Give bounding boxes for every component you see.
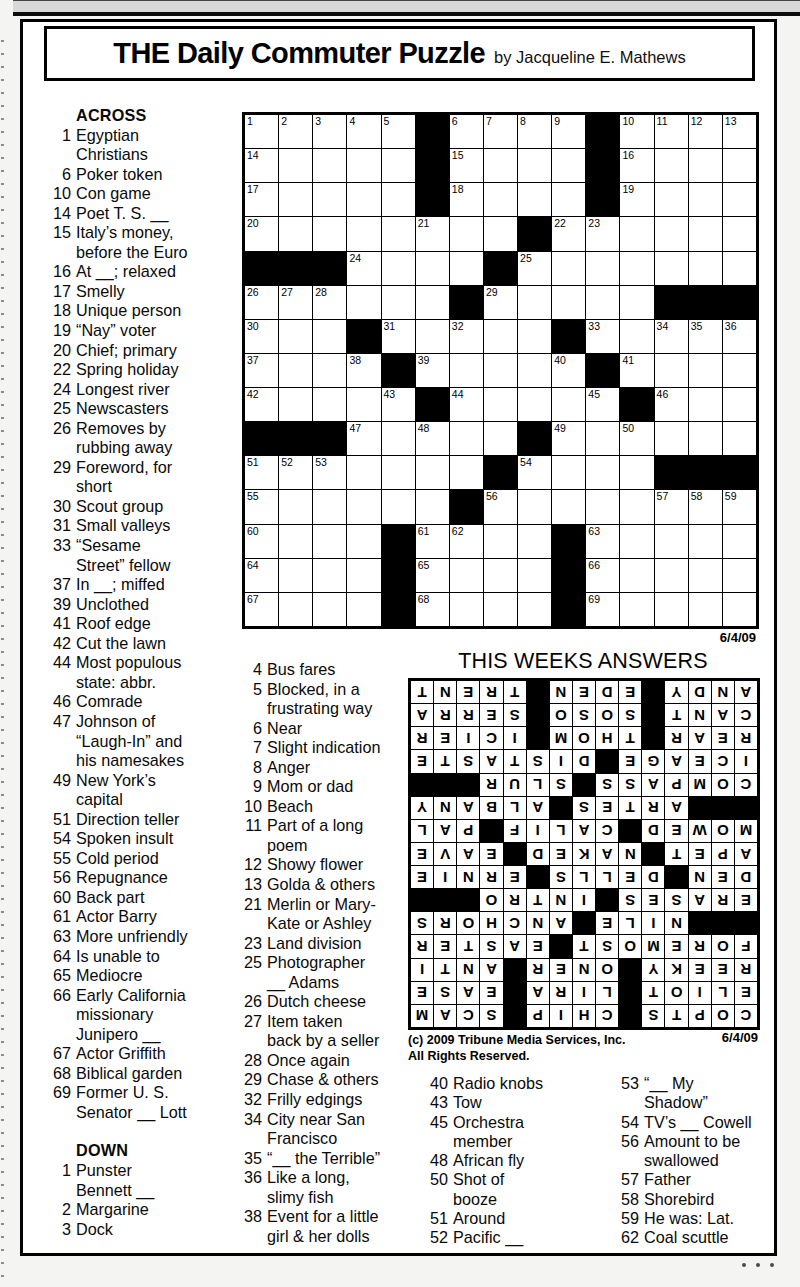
cell-14-4[interactable] (347, 559, 380, 592)
answer-letter: A (741, 684, 752, 701)
cell-15-8[interactable] (484, 593, 517, 626)
cell-13-9[interactable] (518, 525, 551, 558)
cell-11-10[interactable] (552, 456, 585, 489)
cell-6-5[interactable] (382, 286, 415, 319)
cell-2-14[interactable] (689, 149, 722, 182)
cell-5-15[interactable] (723, 252, 756, 285)
cell-8-9[interactable] (518, 354, 551, 387)
cell-5-9[interactable]: 25 (518, 252, 551, 285)
cell-13-2[interactable] (279, 525, 312, 558)
answer-letter: T (464, 938, 473, 955)
cell-10-8[interactable] (484, 422, 517, 455)
answer-letter: S (463, 753, 473, 770)
clue-number: 55 (49, 849, 71, 869)
cell-13-3[interactable] (313, 525, 346, 558)
clue-number: 9 (240, 777, 262, 797)
cell-7-13[interactable]: 34 (655, 320, 688, 353)
cell-9-4[interactable] (347, 388, 380, 421)
answer-letter: P (463, 822, 473, 839)
clue-11-down: 11Part of a longpoem (240, 816, 412, 855)
cell-6-6[interactable] (416, 286, 449, 319)
cell-14-9[interactable] (518, 559, 551, 592)
cell-15-6[interactable]: 68 (416, 593, 449, 626)
clue-number: 49 (49, 771, 71, 810)
answer-letter: S (417, 915, 427, 932)
clue-number: 7 (240, 738, 262, 758)
cell-14-1[interactable]: 64 (245, 559, 278, 592)
cell-11-2[interactable]: 52 (279, 456, 312, 489)
cell-14-15[interactable] (723, 559, 756, 592)
cell-15-11[interactable]: 69 (586, 593, 619, 626)
cell-14-2[interactable] (279, 559, 312, 592)
cell-11-12[interactable] (620, 456, 653, 489)
cell-4-3[interactable] (313, 217, 346, 250)
cell-8-2[interactable] (279, 354, 312, 387)
cell-3-8[interactable] (484, 183, 517, 216)
cell-12-14[interactable]: 58 (689, 490, 722, 523)
cell-3-13[interactable] (655, 183, 688, 216)
clue-text: Actor Barry (76, 907, 157, 927)
answer-letter: R (417, 730, 428, 747)
cell-1-15[interactable]: 13 (723, 115, 756, 148)
answer-cell-10-13: A (457, 797, 479, 819)
cell-7-2[interactable] (279, 320, 312, 353)
cell-11-11[interactable] (586, 456, 619, 489)
cell-9-5[interactable]: 43 (382, 388, 415, 421)
answer-letter: N (579, 961, 590, 978)
cell-8-1[interactable]: 37 (245, 354, 278, 387)
answer-cell-8-12: E (480, 843, 502, 865)
cell-13-7[interactable]: 62 (450, 525, 483, 558)
cell-9-14[interactable] (689, 388, 722, 421)
cell-number-28: 28 (315, 286, 327, 298)
clue-number: 16 (49, 262, 71, 282)
cell-10-15[interactable] (723, 422, 756, 455)
answer-block-13-5 (642, 727, 664, 749)
cell-15-14[interactable] (689, 593, 722, 626)
cell-15-12[interactable] (620, 593, 653, 626)
cell-2-4[interactable] (347, 149, 380, 182)
cell-8-13[interactable] (655, 354, 688, 387)
cell-8-10[interactable]: 40 (552, 354, 585, 387)
cell-7-11[interactable]: 33 (586, 320, 619, 353)
cell-13-1[interactable]: 60 (245, 525, 278, 558)
cell-15-1[interactable]: 67 (245, 593, 278, 626)
cell-9-8[interactable] (484, 388, 517, 421)
cell-6-10[interactable] (552, 286, 585, 319)
answer-cell-11-10: L (527, 774, 549, 796)
clue-text: Golda & others (267, 875, 375, 895)
cell-5-10[interactable] (552, 252, 585, 285)
clue-text: Con game (76, 184, 151, 204)
clue-number: 29 (49, 458, 71, 497)
block-6-13 (655, 286, 688, 319)
answer-cell-14-14: R (434, 704, 456, 726)
answer-letter: H (579, 1007, 590, 1024)
cell-12-15[interactable]: 59 (723, 490, 756, 523)
cell-12-2[interactable] (279, 490, 312, 523)
cell-12-4[interactable] (347, 490, 380, 523)
cell-1-4[interactable]: 4 (347, 115, 380, 148)
clue-number: 29 (240, 1070, 262, 1090)
answer-block-5-1 (735, 912, 757, 934)
cell-11-9[interactable]: 54 (518, 456, 551, 489)
answer-cell-4-11: A (504, 935, 526, 957)
cell-6-3[interactable]: 28 (313, 286, 346, 319)
answer-cell-2-1: E (735, 982, 757, 1004)
cell-13-8[interactable] (484, 525, 517, 558)
cell-5-13[interactable] (655, 252, 688, 285)
cell-6-2[interactable]: 27 (279, 286, 312, 319)
answer-cell-13-11: I (504, 727, 526, 749)
cell-3-4[interactable] (347, 183, 380, 216)
cell-9-2[interactable] (279, 388, 312, 421)
cell-7-7[interactable]: 32 (450, 320, 483, 353)
cell-13-4[interactable] (347, 525, 380, 558)
answer-cell-6-1: E (735, 889, 757, 911)
cell-1-12[interactable]: 10 (620, 115, 653, 148)
answer-letter: O (463, 915, 475, 932)
cell-number-48: 48 (418, 422, 430, 434)
cell-1-8[interactable]: 7 (484, 115, 517, 148)
cell-12-6[interactable] (416, 490, 449, 523)
cell-14-13[interactable] (655, 559, 688, 592)
cell-8-8[interactable] (484, 354, 517, 387)
cell-6-12[interactable] (620, 286, 653, 319)
cell-number-66: 66 (588, 559, 600, 571)
cell-3-5[interactable] (382, 183, 415, 216)
cell-8-14[interactable] (689, 354, 722, 387)
clue-text: Johnson of“Laugh-In” andhis namesakes (76, 712, 184, 771)
answer-cell-13-8: O (573, 727, 595, 749)
cell-11-5[interactable] (382, 456, 415, 489)
cell-10-14[interactable] (689, 422, 722, 455)
cell-10-13[interactable] (655, 422, 688, 455)
cell-1-9[interactable]: 8 (518, 115, 551, 148)
cell-7-9[interactable] (518, 320, 551, 353)
cell-7-5[interactable]: 31 (382, 320, 415, 353)
cell-4-11[interactable]: 23 (586, 217, 619, 250)
cell-8-3[interactable] (313, 354, 346, 387)
cell-15-15[interactable] (723, 593, 756, 626)
cell-1-10[interactable]: 9 (552, 115, 585, 148)
clue-number: 51 (426, 1209, 448, 1228)
cell-7-1[interactable]: 30 (245, 320, 278, 353)
clue-67-across: 67Actor Griffith (49, 1044, 241, 1064)
cell-8-12[interactable]: 41 (620, 354, 653, 387)
answer-letter: E (486, 707, 496, 724)
clue-text: Tow (453, 1093, 482, 1112)
answer-letter: O (555, 707, 567, 724)
answer-cell-2-10: A (527, 982, 549, 1004)
cell-4-6[interactable]: 21 (416, 217, 449, 250)
answer-letter: S (648, 1007, 658, 1024)
cell-6-1[interactable]: 26 (245, 286, 278, 319)
answer-block-2-11 (504, 982, 526, 1004)
answer-cell-3-3: E (689, 959, 711, 981)
answer-cell-4-10: E (527, 935, 549, 957)
answer-letter: R (532, 961, 543, 978)
cell-5-4[interactable]: 24 (347, 252, 380, 285)
answer-letter: E (718, 961, 728, 978)
answer-letter: D (648, 822, 659, 839)
cell-1-7[interactable]: 6 (450, 115, 483, 148)
cell-7-12[interactable] (620, 320, 653, 353)
cell-2-1[interactable]: 14 (245, 149, 278, 182)
cell-12-13[interactable]: 57 (655, 490, 688, 523)
cell-4-12[interactable] (620, 217, 653, 250)
answer-cell-11-12: R (480, 774, 502, 796)
answer-cell-11-7: S (596, 774, 618, 796)
cell-1-2[interactable]: 2 (279, 115, 312, 148)
clue-50-down: 50Shot ofbooze (426, 1170, 598, 1209)
cell-number-53: 53 (315, 456, 327, 468)
clue-number: 27 (240, 1012, 262, 1051)
cell-7-14[interactable]: 35 (689, 320, 722, 353)
cell-number-60: 60 (247, 525, 259, 537)
clue-number: 59 (617, 1209, 639, 1228)
cell-4-5[interactable] (382, 217, 415, 250)
answer-letter: L (510, 799, 519, 816)
cell-1-3[interactable]: 3 (313, 115, 346, 148)
clue-48-down: 48African fly (426, 1151, 598, 1170)
answer-letter: Y (672, 684, 682, 701)
cell-2-7[interactable]: 15 (450, 149, 483, 182)
cell-5-6[interactable] (416, 252, 449, 285)
cell-8-15[interactable] (723, 354, 756, 387)
answer-cell-13-1: R (735, 727, 757, 749)
clue-text: PunsterBennett __ (76, 1161, 154, 1200)
cell-4-8[interactable] (484, 217, 517, 250)
cell-9-9[interactable] (518, 388, 551, 421)
cell-15-3[interactable] (313, 593, 346, 626)
cell-4-15[interactable] (723, 217, 756, 250)
answer-cell-15-15: T (411, 681, 433, 703)
clue-46-across: 46Comrade (49, 692, 241, 712)
cell-4-4[interactable] (347, 217, 380, 250)
answer-letter: M (693, 776, 706, 793)
cell-5-12[interactable] (620, 252, 653, 285)
cell-15-2[interactable] (279, 593, 312, 626)
cell-4-7[interactable] (450, 217, 483, 250)
cell-11-6[interactable] (416, 456, 449, 489)
cell-5-5[interactable] (382, 252, 415, 285)
cell-1-1[interactable]: 1 (245, 115, 278, 148)
cell-9-3[interactable] (313, 388, 346, 421)
cell-2-10[interactable] (552, 149, 585, 182)
clue-number: 64 (49, 947, 71, 967)
cell-2-15[interactable] (723, 149, 756, 182)
cell-12-3[interactable] (313, 490, 346, 523)
clue-text: Spring holiday (76, 360, 179, 380)
cell-4-13[interactable] (655, 217, 688, 250)
cell-number-18: 18 (452, 183, 464, 195)
clue-number: 35 (240, 1149, 262, 1169)
clue-22-across: 22Spring holiday (49, 360, 241, 380)
answer-letter: R (741, 961, 752, 978)
clue-number: 12 (240, 855, 262, 875)
cell-10-12[interactable]: 50 (620, 422, 653, 455)
answer-cell-11-11: U (504, 774, 526, 796)
cell-9-13[interactable]: 46 (655, 388, 688, 421)
cell-3-15[interactable] (723, 183, 756, 216)
cell-3-12[interactable]: 19 (620, 183, 653, 216)
cell-14-6[interactable]: 65 (416, 559, 449, 592)
answer-cell-15-11: T (504, 681, 526, 703)
cell-5-7[interactable] (450, 252, 483, 285)
block-7-4 (347, 320, 380, 353)
cell-14-7[interactable] (450, 559, 483, 592)
cell-15-9[interactable] (518, 593, 551, 626)
cell-10-4[interactable]: 47 (347, 422, 380, 455)
cell-13-14[interactable] (689, 525, 722, 558)
cell-14-11[interactable]: 66 (586, 559, 619, 592)
clue-number: 63 (49, 927, 71, 947)
answer-cell-15-12: R (480, 681, 502, 703)
cell-12-10[interactable] (552, 490, 585, 523)
cell-10-5[interactable] (382, 422, 415, 455)
cell-11-7[interactable] (450, 456, 483, 489)
cell-2-5[interactable] (382, 149, 415, 182)
cell-3-1[interactable]: 17 (245, 183, 278, 216)
cell-14-3[interactable] (313, 559, 346, 592)
cell-1-5[interactable]: 5 (382, 115, 415, 148)
cell-13-15[interactable] (723, 525, 756, 558)
cell-4-2[interactable] (279, 217, 312, 250)
cell-9-11[interactable]: 45 (586, 388, 619, 421)
cell-12-8[interactable]: 56 (484, 490, 517, 523)
cell-number-55: 55 (247, 490, 259, 502)
cell-1-13[interactable]: 11 (655, 115, 688, 148)
answer-letter: E (463, 684, 473, 701)
cell-7-3[interactable] (313, 320, 346, 353)
cell-14-12[interactable] (620, 559, 653, 592)
cell-7-6[interactable] (416, 320, 449, 353)
cell-13-13[interactable] (655, 525, 688, 558)
cell-6-11[interactable] (586, 286, 619, 319)
cell-13-11[interactable]: 63 (586, 525, 619, 558)
cell-3-3[interactable] (313, 183, 346, 216)
cell-3-2[interactable] (279, 183, 312, 216)
cell-15-4[interactable] (347, 593, 380, 626)
cell-13-6[interactable]: 61 (416, 525, 449, 558)
answer-cell-13-14: E (434, 727, 456, 749)
cell-8-6[interactable]: 39 (416, 354, 449, 387)
clue-text: Pacific __ (453, 1228, 523, 1247)
block-10-9 (518, 422, 551, 455)
answer-cell-15-14: N (434, 681, 456, 703)
cell-6-4[interactable] (347, 286, 380, 319)
cell-10-6[interactable]: 48 (416, 422, 449, 455)
cell-5-14[interactable] (689, 252, 722, 285)
clue-text: Actor Griffith (76, 1044, 166, 1064)
cell-10-10[interactable]: 49 (552, 422, 585, 455)
clue-text: Part of a longpoem (267, 816, 363, 855)
answer-letter: A (648, 776, 659, 793)
cell-12-11[interactable] (586, 490, 619, 523)
block-8-5 (382, 354, 415, 387)
answer-letter: A (417, 707, 428, 724)
cell-9-15[interactable] (723, 388, 756, 421)
answer-letter: O (486, 892, 498, 909)
answer-cell-9-15: L (411, 820, 433, 842)
answer-letter: R (486, 776, 497, 793)
cell-11-4[interactable] (347, 456, 380, 489)
cell-8-7[interactable] (450, 354, 483, 387)
clue-36-down: 36Like a long,slimy fish (240, 1168, 412, 1207)
cell-12-9[interactable] (518, 490, 551, 523)
answer-cell-9-10: I (527, 820, 549, 842)
clue-number: 37 (49, 575, 71, 595)
cell-10-11[interactable] (586, 422, 619, 455)
cell-9-7[interactable]: 44 (450, 388, 483, 421)
cell-4-10[interactable]: 22 (552, 217, 585, 250)
cell-2-13[interactable] (655, 149, 688, 182)
cell-4-1[interactable]: 20 (245, 217, 278, 250)
cell-12-1[interactable]: 55 (245, 490, 278, 523)
cell-11-3[interactable]: 53 (313, 456, 346, 489)
cell-12-5[interactable] (382, 490, 415, 523)
answer-cell-15-9: N (550, 681, 572, 703)
cell-9-1[interactable]: 42 (245, 388, 278, 421)
answer-letter: S (579, 799, 589, 816)
cell-2-2[interactable] (279, 149, 312, 182)
cell-13-12[interactable] (620, 525, 653, 558)
cell-3-9[interactable] (518, 183, 551, 216)
cell-2-12[interactable]: 16 (620, 149, 653, 182)
cell-7-15[interactable]: 36 (723, 320, 756, 353)
answer-cell-5-14: R (434, 912, 456, 934)
answer-letter: H (486, 915, 497, 932)
clue-number: 57 (617, 1170, 639, 1189)
clue-number: 67 (49, 1044, 71, 1064)
cell-2-8[interactable] (484, 149, 517, 182)
cell-7-8[interactable] (484, 320, 517, 353)
cell-14-8[interactable] (484, 559, 517, 592)
cell-15-7[interactable] (450, 593, 483, 626)
answer-cell-2-3: I (689, 982, 711, 1004)
cell-2-3[interactable] (313, 149, 346, 182)
cell-10-7[interactable] (450, 422, 483, 455)
cell-14-14[interactable] (689, 559, 722, 592)
cell-5-11[interactable] (586, 252, 619, 285)
answer-block-12-7 (596, 750, 618, 772)
cell-12-12[interactable] (620, 490, 653, 523)
cell-9-10[interactable] (552, 388, 585, 421)
cell-11-1[interactable]: 51 (245, 456, 278, 489)
clues-column-across: ACROSS1EgyptianChristians6Poker token10C… (49, 106, 241, 1239)
cell-2-9[interactable] (518, 149, 551, 182)
answer-cell-4-5: M (642, 935, 664, 957)
answer-letter: T (672, 1007, 681, 1024)
answer-cell-7-2: E (712, 866, 734, 888)
answer-cell-6-3: A (689, 889, 711, 911)
answer-letter: N (440, 799, 451, 816)
cell-8-4[interactable]: 38 (347, 354, 380, 387)
clue-17-across: 17Smelly (49, 282, 241, 302)
cell-6-9[interactable] (518, 286, 551, 319)
cell-4-14[interactable] (689, 217, 722, 250)
cell-number-37: 37 (247, 354, 259, 366)
answer-cell-3-8: N (573, 959, 595, 981)
cell-3-10[interactable] (552, 183, 585, 216)
cell-15-13[interactable] (655, 593, 688, 626)
answer-cell-5-5: I (642, 912, 664, 934)
cell-1-14[interactable]: 12 (689, 115, 722, 148)
cell-3-7[interactable]: 18 (450, 183, 483, 216)
cell-6-8[interactable]: 29 (484, 286, 517, 319)
cell-3-14[interactable] (689, 183, 722, 216)
